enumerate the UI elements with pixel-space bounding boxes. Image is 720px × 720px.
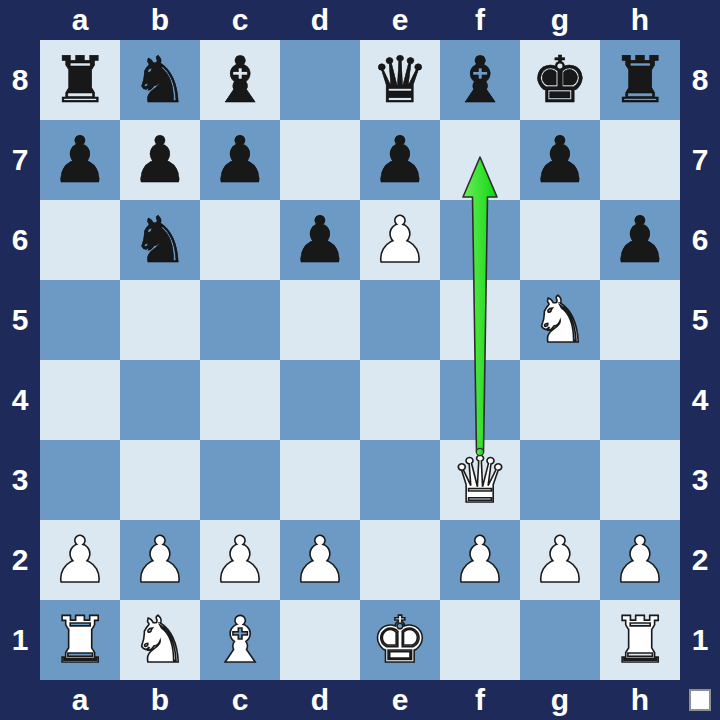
- file-label-bottom-b: b: [120, 680, 200, 720]
- black-pawn-a7: ♟: [51, 120, 108, 200]
- rank-label-right-6: 6: [680, 200, 720, 280]
- square-a8[interactable]: ♜: [40, 40, 120, 120]
- black-queen-e8: ♛: [371, 40, 428, 120]
- square-c3[interactable]: [200, 440, 280, 520]
- square-f4[interactable]: [440, 360, 520, 440]
- chess-diagram: ♜♞♝♛♝♚♜♟♟♟♟♟♞♟♟♟♞♛♟♟♟♟♟♟♟♜♞♝♚♜ aabbccdde…: [0, 0, 720, 720]
- rank-label-right-5: 5: [680, 280, 720, 360]
- square-c4[interactable]: [200, 360, 280, 440]
- square-c1[interactable]: ♝: [200, 600, 280, 680]
- square-g2[interactable]: ♟: [520, 520, 600, 600]
- square-b2[interactable]: ♟: [120, 520, 200, 600]
- white-pawn-c2: ♟: [211, 520, 268, 600]
- file-label-top-d: d: [280, 0, 360, 40]
- black-pawn-h6: ♟: [611, 200, 668, 280]
- square-e3[interactable]: [360, 440, 440, 520]
- file-label-top-f: f: [440, 0, 520, 40]
- square-b1[interactable]: ♞: [120, 600, 200, 680]
- square-g7[interactable]: ♟: [520, 120, 600, 200]
- square-c5[interactable]: [200, 280, 280, 360]
- square-c6[interactable]: [200, 200, 280, 280]
- square-h1[interactable]: ♜: [600, 600, 680, 680]
- white-to-move-indicator: [689, 689, 711, 711]
- file-label-bottom-e: e: [360, 680, 440, 720]
- rank-label-left-7: 7: [0, 120, 40, 200]
- square-b4[interactable]: [120, 360, 200, 440]
- rank-label-left-1: 1: [0, 600, 40, 680]
- square-d2[interactable]: ♟: [280, 520, 360, 600]
- black-knight-b6: ♞: [131, 200, 188, 280]
- square-d4[interactable]: [280, 360, 360, 440]
- black-pawn-e7: ♟: [371, 120, 428, 200]
- square-f1[interactable]: [440, 600, 520, 680]
- white-pawn-a2: ♟: [51, 520, 108, 600]
- square-d3[interactable]: [280, 440, 360, 520]
- white-queen-f3: ♛: [451, 440, 508, 520]
- file-label-bottom-f: f: [440, 680, 520, 720]
- square-c7[interactable]: ♟: [200, 120, 280, 200]
- square-e1[interactable]: ♚: [360, 600, 440, 680]
- square-f5[interactable]: [440, 280, 520, 360]
- square-d1[interactable]: [280, 600, 360, 680]
- file-label-bottom-g: g: [520, 680, 600, 720]
- white-rook-a1: ♜: [51, 600, 108, 680]
- black-pawn-b7: ♟: [131, 120, 188, 200]
- rank-label-right-3: 3: [680, 440, 720, 520]
- square-g5[interactable]: ♞: [520, 280, 600, 360]
- square-a3[interactable]: [40, 440, 120, 520]
- square-f2[interactable]: ♟: [440, 520, 520, 600]
- black-knight-b8: ♞: [131, 40, 188, 120]
- white-bishop-c1: ♝: [211, 600, 268, 680]
- rank-label-left-6: 6: [0, 200, 40, 280]
- square-d5[interactable]: [280, 280, 360, 360]
- rank-label-right-7: 7: [680, 120, 720, 200]
- square-d8[interactable]: [280, 40, 360, 120]
- file-label-top-e: e: [360, 0, 440, 40]
- square-g8[interactable]: ♚: [520, 40, 600, 120]
- square-g6[interactable]: [520, 200, 600, 280]
- square-f7[interactable]: [440, 120, 520, 200]
- black-king-g8: ♚: [531, 40, 588, 120]
- square-h6[interactable]: ♟: [600, 200, 680, 280]
- white-pawn-g2: ♟: [531, 520, 588, 600]
- square-b7[interactable]: ♟: [120, 120, 200, 200]
- black-bishop-c8: ♝: [211, 40, 268, 120]
- square-f3[interactable]: ♛: [440, 440, 520, 520]
- black-bishop-f8: ♝: [451, 40, 508, 120]
- square-e4[interactable]: [360, 360, 440, 440]
- square-d6[interactable]: ♟: [280, 200, 360, 280]
- white-knight-g5: ♞: [531, 280, 588, 360]
- rank-label-right-8: 8: [680, 40, 720, 120]
- black-rook-a8: ♜: [51, 40, 108, 120]
- square-e7[interactable]: ♟: [360, 120, 440, 200]
- square-c2[interactable]: ♟: [200, 520, 280, 600]
- rank-label-left-8: 8: [0, 40, 40, 120]
- square-g1[interactable]: [520, 600, 600, 680]
- file-label-bottom-a: a: [40, 680, 120, 720]
- white-pawn-b2: ♟: [131, 520, 188, 600]
- rank-label-right-2: 2: [680, 520, 720, 600]
- square-e2[interactable]: [360, 520, 440, 600]
- rank-label-left-3: 3: [0, 440, 40, 520]
- white-pawn-h2: ♟: [611, 520, 668, 600]
- square-h8[interactable]: ♜: [600, 40, 680, 120]
- square-a1[interactable]: ♜: [40, 600, 120, 680]
- white-pawn-d2: ♟: [291, 520, 348, 600]
- black-pawn-d6: ♟: [291, 200, 348, 280]
- square-a7[interactable]: ♟: [40, 120, 120, 200]
- square-f6[interactable]: [440, 200, 520, 280]
- square-h7[interactable]: [600, 120, 680, 200]
- square-d7[interactable]: [280, 120, 360, 200]
- square-c8[interactable]: ♝: [200, 40, 280, 120]
- rank-label-left-4: 4: [0, 360, 40, 440]
- square-e8[interactable]: ♛: [360, 40, 440, 120]
- rank-label-right-4: 4: [680, 360, 720, 440]
- square-e6[interactable]: ♟: [360, 200, 440, 280]
- white-knight-b1: ♞: [131, 600, 188, 680]
- square-b3[interactable]: [120, 440, 200, 520]
- white-king-e1: ♚: [371, 600, 428, 680]
- square-h5[interactable]: [600, 280, 680, 360]
- rank-label-left-5: 5: [0, 280, 40, 360]
- square-g4[interactable]: [520, 360, 600, 440]
- square-a6[interactable]: [40, 200, 120, 280]
- square-h4[interactable]: [600, 360, 680, 440]
- file-label-top-c: c: [200, 0, 280, 40]
- black-rook-h8: ♜: [611, 40, 668, 120]
- rank-label-right-1: 1: [680, 600, 720, 680]
- file-label-top-a: a: [40, 0, 120, 40]
- square-e5[interactable]: [360, 280, 440, 360]
- square-h3[interactable]: [600, 440, 680, 520]
- file-label-top-h: h: [600, 0, 680, 40]
- square-b5[interactable]: [120, 280, 200, 360]
- file-label-bottom-d: d: [280, 680, 360, 720]
- file-label-bottom-c: c: [200, 680, 280, 720]
- chess-board: ♜♞♝♛♝♚♜♟♟♟♟♟♞♟♟♟♞♛♟♟♟♟♟♟♟♜♞♝♚♜: [40, 40, 680, 680]
- square-f8[interactable]: ♝: [440, 40, 520, 120]
- white-rook-h1: ♜: [611, 600, 668, 680]
- square-b8[interactable]: ♞: [120, 40, 200, 120]
- black-pawn-g7: ♟: [531, 120, 588, 200]
- rank-label-left-2: 2: [0, 520, 40, 600]
- square-b6[interactable]: ♞: [120, 200, 200, 280]
- square-g3[interactable]: [520, 440, 600, 520]
- square-h2[interactable]: ♟: [600, 520, 680, 600]
- square-a5[interactable]: [40, 280, 120, 360]
- file-label-bottom-h: h: [600, 680, 680, 720]
- black-pawn-c7: ♟: [211, 120, 268, 200]
- square-a2[interactable]: ♟: [40, 520, 120, 600]
- square-a4[interactable]: [40, 360, 120, 440]
- white-pawn-e6: ♟: [371, 200, 428, 280]
- file-label-top-b: b: [120, 0, 200, 40]
- white-pawn-f2: ♟: [451, 520, 508, 600]
- file-label-top-g: g: [520, 0, 600, 40]
